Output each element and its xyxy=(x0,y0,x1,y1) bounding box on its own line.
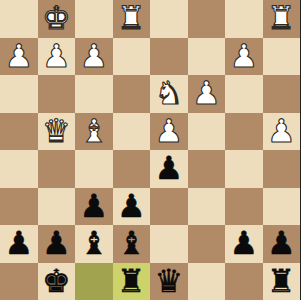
square-d4[interactable]: ♟ xyxy=(150,113,188,151)
square-g6[interactable] xyxy=(38,188,76,226)
square-b1[interactable] xyxy=(225,0,263,38)
white-rook[interactable]: ♜ xyxy=(117,0,146,38)
white-pawn[interactable]: ♟ xyxy=(267,113,296,151)
square-d1[interactable] xyxy=(150,0,188,38)
square-e3[interactable] xyxy=(113,75,151,113)
square-a7[interactable]: ♟ xyxy=(263,225,301,263)
square-e2[interactable] xyxy=(113,38,151,76)
white-pawn[interactable]: ♟ xyxy=(4,38,33,76)
square-c3[interactable]: ♟ xyxy=(188,75,226,113)
square-e5[interactable] xyxy=(113,150,151,188)
square-e8[interactable]: ♜ xyxy=(113,263,151,300)
square-e1[interactable]: ♜ xyxy=(113,0,151,38)
square-h1[interactable] xyxy=(0,0,38,38)
black-pawn[interactable]: ♟ xyxy=(267,225,296,263)
square-g8[interactable]: ♚ xyxy=(38,263,76,300)
chess-board-screenshot: ♚♜♜♟♟♟♟♞♟♛♝♟♟♟♟♟♟♟♝♝♟♟♚♜♛♜ xyxy=(0,0,300,300)
square-d3[interactable]: ♞ xyxy=(150,75,188,113)
black-queen[interactable]: ♛ xyxy=(154,263,183,300)
black-rook[interactable]: ♜ xyxy=(117,263,146,300)
white-knight[interactable]: ♞ xyxy=(154,75,183,113)
square-b3[interactable] xyxy=(225,75,263,113)
white-pawn[interactable]: ♟ xyxy=(154,113,183,151)
black-pawn[interactable]: ♟ xyxy=(117,188,146,226)
white-king[interactable]: ♚ xyxy=(42,0,71,38)
black-rook[interactable]: ♜ xyxy=(267,263,296,300)
white-bishop[interactable]: ♝ xyxy=(79,113,108,151)
square-f6[interactable]: ♟ xyxy=(75,188,113,226)
square-h4[interactable] xyxy=(0,113,38,151)
square-g2[interactable]: ♟ xyxy=(38,38,76,76)
square-c6[interactable] xyxy=(188,188,226,226)
square-h6[interactable] xyxy=(0,188,38,226)
square-a2[interactable] xyxy=(263,38,301,76)
black-pawn[interactable]: ♟ xyxy=(42,225,71,263)
white-pawn[interactable]: ♟ xyxy=(79,38,108,76)
black-bishop[interactable]: ♝ xyxy=(79,225,108,263)
square-g4[interactable]: ♛ xyxy=(38,113,76,151)
black-bishop[interactable]: ♝ xyxy=(117,225,146,263)
black-pawn[interactable]: ♟ xyxy=(229,225,258,263)
square-a4[interactable]: ♟ xyxy=(263,113,301,151)
square-g3[interactable] xyxy=(38,75,76,113)
square-b6[interactable] xyxy=(225,188,263,226)
square-e6[interactable]: ♟ xyxy=(113,188,151,226)
square-a8[interactable]: ♜ xyxy=(263,263,301,300)
white-pawn[interactable]: ♟ xyxy=(192,75,221,113)
square-d7[interactable] xyxy=(150,225,188,263)
square-e4[interactable] xyxy=(113,113,151,151)
square-h8[interactable] xyxy=(0,263,38,300)
square-c7[interactable] xyxy=(188,225,226,263)
square-f7[interactable]: ♝ xyxy=(75,225,113,263)
square-b7[interactable]: ♟ xyxy=(225,225,263,263)
square-b5[interactable] xyxy=(225,150,263,188)
square-a3[interactable] xyxy=(263,75,301,113)
square-h2[interactable]: ♟ xyxy=(0,38,38,76)
square-f2[interactable]: ♟ xyxy=(75,38,113,76)
square-b4[interactable] xyxy=(225,113,263,151)
square-f5[interactable] xyxy=(75,150,113,188)
white-rook[interactable]: ♜ xyxy=(267,0,296,38)
square-f3[interactable] xyxy=(75,75,113,113)
black-pawn[interactable]: ♟ xyxy=(4,225,33,263)
white-pawn[interactable]: ♟ xyxy=(42,38,71,76)
square-g1[interactable]: ♚ xyxy=(38,0,76,38)
black-king[interactable]: ♚ xyxy=(42,263,71,300)
square-d8[interactable]: ♛ xyxy=(150,263,188,300)
white-queen[interactable]: ♛ xyxy=(42,113,71,151)
square-c2[interactable] xyxy=(188,38,226,76)
square-b8[interactable] xyxy=(225,263,263,300)
square-h3[interactable] xyxy=(0,75,38,113)
square-d5[interactable]: ♟ xyxy=(150,150,188,188)
square-d2[interactable] xyxy=(150,38,188,76)
square-g7[interactable]: ♟ xyxy=(38,225,76,263)
chess-board: ♚♜♜♟♟♟♟♞♟♛♝♟♟♟♟♟♟♟♝♝♟♟♚♜♛♜ xyxy=(0,0,300,300)
square-g5[interactable] xyxy=(38,150,76,188)
black-pawn[interactable]: ♟ xyxy=(154,150,183,188)
square-c4[interactable] xyxy=(188,113,226,151)
square-h7[interactable]: ♟ xyxy=(0,225,38,263)
square-b2[interactable]: ♟ xyxy=(225,38,263,76)
square-a6[interactable] xyxy=(263,188,301,226)
square-f1[interactable] xyxy=(75,0,113,38)
square-f4[interactable]: ♝ xyxy=(75,113,113,151)
square-f8[interactable] xyxy=(75,263,113,300)
square-d6[interactable] xyxy=(150,188,188,226)
black-pawn[interactable]: ♟ xyxy=(79,188,108,226)
square-c8[interactable] xyxy=(188,263,226,300)
white-pawn[interactable]: ♟ xyxy=(229,38,258,76)
square-a1[interactable]: ♜ xyxy=(263,0,301,38)
square-e7[interactable]: ♝ xyxy=(113,225,151,263)
square-a5[interactable] xyxy=(263,150,301,188)
square-h5[interactable] xyxy=(0,150,38,188)
square-c5[interactable] xyxy=(188,150,226,188)
square-c1[interactable] xyxy=(188,0,226,38)
